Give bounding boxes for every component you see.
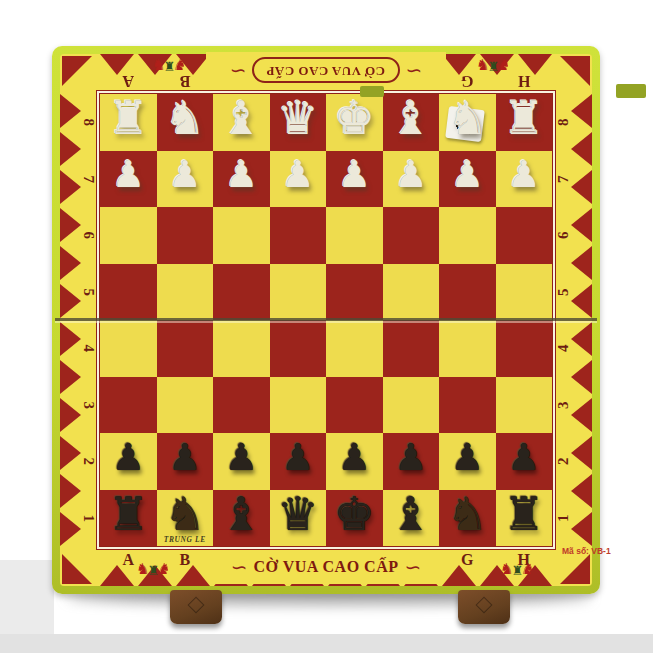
chess-board: ABCDEFGH ABCDEFGH 87654321 87654321 ∽ CỜ… — [52, 46, 600, 594]
black-rook-h1[interactable]: ♜ — [496, 486, 553, 543]
white-rook-h8[interactable]: ♜ — [496, 90, 553, 147]
black-knight-g1[interactable]: ♞ — [439, 486, 496, 543]
fold-seam — [55, 318, 597, 321]
square-f1[interactable]: ♝ — [383, 490, 440, 547]
square-f4[interactable] — [383, 320, 440, 377]
black-knight-b1[interactable]: ♞ — [157, 486, 214, 543]
square-f6[interactable] — [383, 207, 440, 264]
square-c2[interactable]: ♟ — [213, 433, 270, 490]
white-rook-a8[interactable]: ♜ — [100, 90, 157, 147]
square-g5[interactable] — [439, 264, 496, 321]
square-a1[interactable]: ♜ — [100, 490, 157, 547]
white-pawn-g7[interactable]: ♟ — [439, 147, 496, 204]
square-e5[interactable] — [326, 264, 383, 321]
clasp-right — [458, 590, 510, 624]
black-pawn-a2[interactable]: ♟ — [100, 429, 157, 486]
chess-pieces-emblem: ♞♜♞ — [500, 562, 535, 577]
square-e3[interactable] — [326, 377, 383, 434]
black-bishop-c1[interactable]: ♝ — [213, 486, 270, 543]
file-label-bottom-g: G — [439, 551, 496, 571]
black-bishop-f1[interactable]: ♝ — [383, 486, 440, 543]
square-f8[interactable]: ♝ — [383, 94, 440, 151]
square-d3[interactable] — [270, 377, 327, 434]
hinge-clasp-top — [360, 86, 384, 97]
square-h2[interactable]: ♟ — [496, 433, 553, 490]
white-pawn-b7[interactable]: ♟ — [157, 147, 214, 204]
rank-label-left-5: 5 — [61, 284, 118, 300]
knight-motif-icon: ♞ — [497, 58, 510, 73]
black-pawn-c2[interactable]: ♟ — [213, 429, 270, 486]
scroll-ornament-icon: ∽ — [406, 60, 423, 80]
black-pawn-h2[interactable]: ♟ — [496, 429, 553, 486]
square-a8[interactable]: ♜ — [100, 94, 157, 151]
file-label-top-a: A — [100, 70, 157, 90]
square-f3[interactable] — [383, 377, 440, 434]
square-c1[interactable]: ♝ — [213, 490, 270, 547]
square-e4[interactable] — [326, 320, 383, 377]
square-g1[interactable]: ♞ — [439, 490, 496, 547]
white-queen-d8[interactable]: ♛ — [270, 90, 327, 147]
square-d8[interactable]: ♛ — [270, 94, 327, 151]
clasp-left — [170, 590, 222, 624]
square-e8[interactable]: ♚ — [326, 94, 383, 151]
square-g2[interactable]: ♟ — [439, 433, 496, 490]
square-c3[interactable] — [213, 377, 270, 434]
scroll-ornament-icon: ∽ — [404, 557, 421, 577]
chess-pieces-emblem: ♞♜♞ — [152, 58, 187, 73]
chess-pieces-emblem: ♞♜♞ — [136, 562, 171, 577]
knight-motif-icon: ♞ — [173, 58, 186, 73]
square-c8[interactable]: ♝ — [213, 94, 270, 151]
black-pawn-g2[interactable]: ♟ — [439, 429, 496, 486]
rank-label-left-3: 3 — [61, 397, 118, 413]
knight-motif-icon: ♞ — [521, 562, 534, 577]
scroll-ornament-icon: ∽ — [231, 557, 248, 577]
square-g3[interactable] — [439, 377, 496, 434]
square-b1[interactable]: ♞TRUNG LE — [157, 490, 214, 547]
square-b5[interactable] — [157, 264, 214, 321]
black-pawn-b2[interactable]: ♟ — [157, 429, 214, 486]
square-h7[interactable]: ♟ — [496, 151, 553, 208]
square-b2[interactable]: ♟ — [157, 433, 214, 490]
square-g7[interactable]: ♟ — [439, 151, 496, 208]
square-c6[interactable] — [213, 207, 270, 264]
square-b6[interactable] — [157, 207, 214, 264]
white-knight-b8[interactable]: ♞ — [157, 90, 214, 147]
title-cartouche-bottom: ∽ CỜ VUA CAO CẤP ∽ — [211, 550, 441, 584]
rank-label-right-6: 6 — [535, 227, 592, 243]
square-d7[interactable]: ♟ — [270, 151, 327, 208]
knight-motif-icon: ♞ — [157, 562, 170, 577]
rank-label-left-6: 6 — [61, 227, 118, 243]
square-e7[interactable]: ♟ — [326, 151, 383, 208]
white-pawn-c7[interactable]: ♟ — [213, 147, 270, 204]
black-king-e1[interactable]: ♚ — [326, 486, 383, 543]
square-b3[interactable] — [157, 377, 214, 434]
black-pawn-e2[interactable]: ♟ — [326, 429, 383, 486]
white-king-e8[interactable]: ♚ — [326, 90, 383, 147]
scroll-ornament-icon: ∽ — [230, 60, 247, 80]
square-d4[interactable] — [270, 320, 327, 377]
square-f7[interactable]: ♟ — [383, 151, 440, 208]
black-queen-d1[interactable]: ♛ — [270, 486, 327, 543]
product-code: Mã số: VB-1 — [562, 546, 652, 556]
square-d1[interactable]: ♛ — [270, 490, 327, 547]
board-title: CỜ VUA CAO CẤP — [254, 558, 399, 576]
board-title-rotated: CỜ VUA CAO CẤP — [266, 63, 385, 79]
maker-stamp: TRUNG LE — [157, 535, 214, 544]
clasp-emboss-icon — [476, 597, 493, 614]
square-b4[interactable] — [157, 320, 214, 377]
square-e2[interactable]: ♟ — [326, 433, 383, 490]
square-b8[interactable]: ♞ — [157, 94, 214, 151]
square-c7[interactable]: ♟ — [213, 151, 270, 208]
black-pawn-f2[interactable]: ♟ — [383, 429, 440, 486]
black-pawn-d2[interactable]: ♟ — [270, 429, 327, 486]
square-e1[interactable]: ♚ — [326, 490, 383, 547]
title-cartouche-top: ∽ CỜ VUA CAO CẤP ∽ — [206, 52, 446, 88]
white-pawn-f7[interactable]: ♟ — [383, 147, 440, 204]
square-g4[interactable] — [439, 320, 496, 377]
rank-label-right-5: 5 — [535, 284, 592, 300]
rank-label-left-4: 4 — [61, 340, 118, 356]
square-a7[interactable]: ♟ — [100, 151, 157, 208]
square-c5[interactable] — [213, 264, 270, 321]
square-b7[interactable]: ♟ — [157, 151, 214, 208]
chess-pieces-emblem: ♞♜♞ — [476, 58, 511, 73]
rank-label-right-4: 4 — [535, 340, 592, 356]
square-f5[interactable] — [383, 264, 440, 321]
square-d5[interactable] — [270, 264, 327, 321]
square-f2[interactable]: ♟ — [383, 433, 440, 490]
square-e6[interactable] — [326, 207, 383, 264]
hinge-clasp-top — [616, 84, 646, 98]
square-g6[interactable] — [439, 207, 496, 264]
black-rook-a1[interactable]: ♜ — [100, 486, 157, 543]
clasp-emboss-icon — [188, 597, 205, 614]
white-bishop-c8[interactable]: ♝ — [213, 90, 270, 147]
square-d6[interactable] — [270, 207, 327, 264]
white-pawn-e7[interactable]: ♟ — [326, 147, 383, 204]
rank-label-right-3: 3 — [535, 397, 592, 413]
white-pawn-a7[interactable]: ♟ — [100, 147, 157, 204]
square-a2[interactable]: ♟ — [100, 433, 157, 490]
square-h8[interactable]: ♜ — [496, 94, 553, 151]
white-pawn-h7[interactable]: ♟ — [496, 147, 553, 204]
square-g8[interactable]: ♞ — [439, 94, 496, 151]
square-c4[interactable] — [213, 320, 270, 377]
white-pawn-d7[interactable]: ♟ — [270, 147, 327, 204]
background-gray-strip — [0, 634, 653, 653]
square-d2[interactable]: ♟ — [270, 433, 327, 490]
white-bishop-f8[interactable]: ♝ — [383, 90, 440, 147]
square-h1[interactable]: ♜ — [496, 490, 553, 547]
white-knight-g8[interactable]: ♞ — [439, 90, 496, 147]
